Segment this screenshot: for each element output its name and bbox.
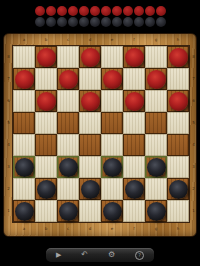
board: aabbccddeeffgghh8877665544332211 [3, 33, 197, 237]
square-e7[interactable] [101, 68, 123, 90]
rank-label-3-right: 3 [192, 165, 195, 169]
red-piece[interactable] [81, 48, 100, 67]
file-label-d-bottom: d [89, 227, 92, 231]
square-b3 [35, 156, 57, 178]
square-a6 [13, 90, 35, 112]
square-g3[interactable] [145, 156, 167, 178]
square-g6 [145, 90, 167, 112]
file-label-d-top: d [89, 38, 92, 42]
square-d7 [79, 68, 101, 90]
tray-black-piece [90, 17, 100, 27]
black-piece[interactable] [15, 158, 34, 177]
square-a4 [13, 134, 35, 156]
tray-black-piece [134, 17, 144, 27]
square-e3[interactable] [101, 156, 123, 178]
square-f2[interactable] [123, 178, 145, 200]
square-h2[interactable] [167, 178, 189, 200]
black-piece[interactable] [81, 180, 100, 199]
square-b4[interactable] [35, 134, 57, 156]
rank-label-7-right: 7 [192, 77, 195, 81]
rank-label-2-left: 2 [7, 187, 10, 191]
tray-black-piece [79, 17, 89, 27]
square-d5 [79, 112, 101, 134]
square-e6 [101, 90, 123, 112]
square-e1[interactable] [101, 200, 123, 222]
square-a8 [13, 46, 35, 68]
black-piece[interactable] [15, 202, 34, 221]
tray-black-piece [123, 17, 133, 27]
tray-red-row [0, 6, 200, 16]
square-f7 [123, 68, 145, 90]
red-piece[interactable] [81, 92, 100, 111]
rank-label-6-left: 6 [7, 99, 10, 103]
red-piece[interactable] [15, 70, 34, 89]
square-a1[interactable] [13, 200, 35, 222]
square-f4[interactable] [123, 134, 145, 156]
black-piece[interactable] [147, 158, 166, 177]
square-g7[interactable] [145, 68, 167, 90]
file-label-b-top: b [45, 38, 48, 42]
square-b2[interactable] [35, 178, 57, 200]
file-label-h-top: h [177, 38, 180, 42]
rank-label-4-right: 4 [192, 143, 195, 147]
square-b7 [35, 68, 57, 90]
square-a5[interactable] [13, 112, 35, 134]
square-h6[interactable] [167, 90, 189, 112]
square-c5[interactable] [57, 112, 79, 134]
toolbar: ▶↶⚙? [46, 248, 154, 262]
undo-button[interactable]: ↶ [81, 251, 88, 259]
checkers-app: aabbccddeeffgghh8877665544332211 ▶↶⚙? [0, 0, 200, 266]
file-label-a-bottom: a [23, 227, 25, 231]
square-c8 [57, 46, 79, 68]
file-label-e-bottom: e [111, 227, 113, 231]
square-h3 [167, 156, 189, 178]
black-piece[interactable] [59, 202, 78, 221]
file-label-g-bottom: g [155, 227, 158, 231]
square-h8[interactable] [167, 46, 189, 68]
black-piece[interactable] [59, 158, 78, 177]
tray-black-row [0, 17, 200, 27]
rank-label-6-right: 6 [192, 99, 195, 103]
rank-label-1-right: 1 [192, 209, 195, 213]
black-piece[interactable] [125, 180, 144, 199]
square-e8 [101, 46, 123, 68]
play-button[interactable]: ▶ [56, 251, 61, 259]
square-d6[interactable] [79, 90, 101, 112]
board-grid [13, 46, 189, 222]
square-g4 [145, 134, 167, 156]
square-c7[interactable] [57, 68, 79, 90]
rank-label-3-left: 3 [7, 165, 10, 169]
square-b5 [35, 112, 57, 134]
square-d2[interactable] [79, 178, 101, 200]
black-piece[interactable] [169, 180, 188, 199]
square-g1[interactable] [145, 200, 167, 222]
rank-label-2-right: 2 [192, 187, 195, 191]
tray-red-piece [101, 6, 111, 16]
file-label-e-top: e [111, 38, 113, 42]
red-piece[interactable] [125, 48, 144, 67]
square-c6 [57, 90, 79, 112]
file-label-h-bottom: h [177, 227, 180, 231]
red-piece[interactable] [37, 48, 56, 67]
tray-black-piece [145, 17, 155, 27]
tray-red-piece [79, 6, 89, 16]
tray-black-piece [112, 17, 122, 27]
settings-button[interactable]: ⚙ [108, 251, 115, 259]
square-g8 [145, 46, 167, 68]
square-a3[interactable] [13, 156, 35, 178]
square-c2 [57, 178, 79, 200]
square-d1 [79, 200, 101, 222]
square-c1[interactable] [57, 200, 79, 222]
file-label-f-top: f [133, 38, 134, 42]
square-g5[interactable] [145, 112, 167, 134]
red-piece[interactable] [147, 70, 166, 89]
file-label-f-bottom: f [133, 227, 134, 231]
square-h1 [167, 200, 189, 222]
square-e4 [101, 134, 123, 156]
tray-red-piece [134, 6, 144, 16]
tray-black-piece [46, 17, 56, 27]
file-label-c-bottom: c [67, 227, 69, 231]
square-f3 [123, 156, 145, 178]
file-label-g-top: g [155, 38, 158, 42]
red-piece[interactable] [37, 92, 56, 111]
help-button[interactable]: ? [135, 251, 144, 260]
rank-label-7-left: 7 [7, 77, 10, 81]
rank-label-1-left: 1 [7, 209, 10, 213]
tray-red-piece [156, 6, 166, 16]
tray-red-piece [35, 6, 45, 16]
tray-black-piece [156, 17, 166, 27]
square-c3[interactable] [57, 156, 79, 178]
square-c4 [57, 134, 79, 156]
file-label-b-bottom: b [45, 227, 48, 231]
square-e2 [101, 178, 123, 200]
square-g2 [145, 178, 167, 200]
tray-red-piece [46, 6, 56, 16]
square-e5[interactable] [101, 112, 123, 134]
red-piece[interactable] [125, 92, 144, 111]
tray-black-piece [68, 17, 78, 27]
red-piece[interactable] [169, 92, 188, 111]
black-piece[interactable] [103, 202, 122, 221]
black-piece[interactable] [37, 180, 56, 199]
file-label-c-top: c [67, 38, 69, 42]
tray-red-piece [123, 6, 133, 16]
tray-red-piece [57, 6, 67, 16]
square-h7 [167, 68, 189, 90]
square-h5 [167, 112, 189, 134]
square-h4[interactable] [167, 134, 189, 156]
square-d3 [79, 156, 101, 178]
tray-red-piece [90, 6, 100, 16]
square-a7[interactable] [13, 68, 35, 90]
square-b8[interactable] [35, 46, 57, 68]
rank-label-5-right: 5 [192, 121, 195, 125]
red-piece[interactable] [103, 70, 122, 89]
rank-label-4-left: 4 [7, 143, 10, 147]
square-d8[interactable] [79, 46, 101, 68]
square-b1 [35, 200, 57, 222]
tray-black-piece [35, 17, 45, 27]
tray-red-piece [68, 6, 78, 16]
black-piece[interactable] [103, 158, 122, 177]
tray-red-piece [145, 6, 155, 16]
square-f6[interactable] [123, 90, 145, 112]
square-d4[interactable] [79, 134, 101, 156]
file-label-a-top: a [23, 38, 25, 42]
rank-label-8-left: 8 [7, 55, 10, 59]
tray-red-piece [112, 6, 122, 16]
red-piece[interactable] [169, 48, 188, 67]
tray-black-piece [57, 17, 67, 27]
square-a2 [13, 178, 35, 200]
square-b6[interactable] [35, 90, 57, 112]
tray-black-piece [101, 17, 111, 27]
black-piece[interactable] [147, 202, 166, 221]
square-f5 [123, 112, 145, 134]
rank-label-8-right: 8 [192, 55, 195, 59]
red-piece[interactable] [59, 70, 78, 89]
square-f8[interactable] [123, 46, 145, 68]
square-f1 [123, 200, 145, 222]
rank-label-5-left: 5 [7, 121, 10, 125]
piece-tray [0, 6, 200, 28]
